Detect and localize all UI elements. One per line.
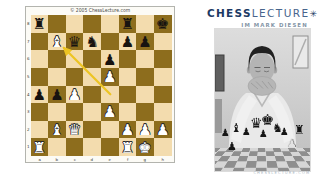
square-f6 bbox=[119, 50, 137, 68]
rank-label-3: 3 bbox=[27, 108, 29, 117]
square-d1 bbox=[83, 138, 101, 156]
square-a7 bbox=[31, 33, 49, 51]
square-g6 bbox=[136, 50, 154, 68]
square-c4: ♟ bbox=[66, 86, 84, 104]
white-pawn: ♟ bbox=[156, 123, 169, 138]
photo-pieces: ♟♝♟♛♚♟♞♟♜♟♟ bbox=[215, 29, 310, 171]
square-b6 bbox=[48, 50, 66, 68]
black-pawn: ♟ bbox=[121, 34, 134, 49]
photo-piece: ♟ bbox=[227, 141, 237, 152]
square-g2: ♟ bbox=[136, 121, 154, 139]
file-label-a: a bbox=[35, 158, 44, 162]
square-a3 bbox=[31, 103, 49, 121]
board-squares: ♜♜♚♝♛♞♟♟♟♟♟♟♟♟♝♛♟♟♟♜♜♚ bbox=[31, 15, 172, 156]
square-d5 bbox=[83, 68, 101, 86]
square-h3 bbox=[154, 103, 172, 121]
square-b5 bbox=[48, 68, 66, 86]
file-labels: abcdefgh bbox=[31, 156, 172, 163]
white-pawn: ♟ bbox=[103, 70, 116, 85]
square-f7: ♟ bbox=[119, 33, 137, 51]
file-label-d: d bbox=[88, 158, 97, 162]
rank-label-6: 6 bbox=[27, 55, 29, 64]
file-label-e: e bbox=[105, 158, 114, 162]
square-h6 bbox=[154, 50, 172, 68]
square-e3: ♟ bbox=[101, 103, 119, 121]
file-label-c: c bbox=[70, 158, 79, 162]
white-pawn: ♟ bbox=[121, 123, 134, 138]
lecturer-name: IM MARK DIESEN bbox=[242, 22, 308, 28]
square-g3 bbox=[136, 103, 154, 121]
photo-piece: ♟ bbox=[287, 138, 297, 149]
video-frame: © 2005 ChessLecture.com 87654321 ♜♜♚♝♛♞♟… bbox=[0, 0, 320, 180]
square-g8 bbox=[136, 15, 154, 33]
white-bishop: ♝ bbox=[50, 34, 63, 49]
square-e8 bbox=[101, 15, 119, 33]
brand-wordmark-lecture: LECTURE bbox=[252, 7, 310, 19]
square-c3 bbox=[66, 103, 84, 121]
square-c1 bbox=[66, 138, 84, 156]
photo-piece: ♜ bbox=[294, 124, 305, 136]
square-h4 bbox=[154, 86, 172, 104]
square-d3 bbox=[83, 103, 101, 121]
square-f3 bbox=[119, 103, 137, 121]
black-pawn: ♟ bbox=[33, 87, 46, 102]
black-pawn: ♟ bbox=[103, 52, 116, 67]
square-c2: ♛ bbox=[66, 121, 84, 139]
rank-label-4: 4 bbox=[27, 90, 29, 99]
square-c5 bbox=[66, 68, 84, 86]
rank-label-8: 8 bbox=[27, 19, 29, 28]
square-b2: ♝ bbox=[48, 121, 66, 139]
white-queen: ♛ bbox=[68, 123, 81, 138]
square-e6: ♟ bbox=[101, 50, 119, 68]
square-a4: ♟ bbox=[31, 86, 49, 104]
square-d4 bbox=[83, 86, 101, 104]
square-f2: ♟ bbox=[119, 121, 137, 139]
white-rook: ♜ bbox=[121, 140, 134, 155]
chess-diagram: © 2005 ChessLecture.com 87654321 ♜♜♚♝♛♞♟… bbox=[25, 6, 175, 163]
square-c7: ♛ bbox=[66, 33, 84, 51]
square-h8: ♚ bbox=[154, 15, 172, 33]
file-label-b: b bbox=[53, 158, 62, 162]
square-a6 bbox=[31, 50, 49, 68]
rank-label-2: 2 bbox=[27, 125, 29, 134]
white-bishop: ♝ bbox=[50, 123, 63, 138]
square-h1 bbox=[154, 138, 172, 156]
black-king: ♚ bbox=[156, 17, 169, 32]
square-e5: ♟ bbox=[101, 68, 119, 86]
black-pawn: ♟ bbox=[138, 34, 151, 49]
square-b3 bbox=[48, 103, 66, 121]
square-b8 bbox=[48, 15, 66, 33]
square-b1 bbox=[48, 138, 66, 156]
black-rook: ♜ bbox=[33, 17, 46, 32]
square-d7: ♞ bbox=[83, 33, 101, 51]
photo-piece: ♟ bbox=[280, 127, 289, 137]
square-d8 bbox=[83, 15, 101, 33]
photo-mark-diesen: ♟♝♟♛♚♟♞♟♜♟♟ bbox=[215, 29, 310, 171]
white-rook: ♜ bbox=[33, 140, 46, 155]
white-pawn: ♟ bbox=[103, 105, 116, 120]
square-a5 bbox=[31, 68, 49, 86]
square-c8 bbox=[66, 15, 84, 33]
square-e7 bbox=[101, 33, 119, 51]
square-e4 bbox=[101, 86, 119, 104]
square-a1: ♜ bbox=[31, 138, 49, 156]
square-h5 bbox=[154, 68, 172, 86]
diagram-copyright: © 2005 ChessLecture.com bbox=[63, 8, 137, 13]
white-king: ♚ bbox=[138, 140, 151, 155]
square-g1: ♚ bbox=[136, 138, 154, 156]
photo-piece: ♟ bbox=[221, 128, 230, 138]
rank-label-7: 7 bbox=[27, 37, 29, 46]
brand-wordmark-chess: CHESS bbox=[207, 7, 252, 19]
square-a2 bbox=[31, 121, 49, 139]
file-label-h: h bbox=[158, 158, 167, 162]
black-pawn: ♟ bbox=[50, 87, 63, 102]
file-label-f: f bbox=[123, 158, 132, 162]
brand-logo: CHESSLECTURE✳ bbox=[198, 7, 317, 19]
square-g5 bbox=[136, 68, 154, 86]
square-d6 bbox=[83, 50, 101, 68]
square-d2 bbox=[83, 121, 101, 139]
square-f8: ♜ bbox=[119, 15, 137, 33]
photo-piece: ♝ bbox=[231, 122, 242, 134]
square-g7: ♟ bbox=[136, 33, 154, 51]
square-h2: ♟ bbox=[154, 121, 172, 139]
rank-label-5: 5 bbox=[27, 72, 29, 81]
square-f4 bbox=[119, 86, 137, 104]
brand-star-icon: ✳ bbox=[309, 9, 317, 19]
black-knight: ♞ bbox=[85, 34, 98, 49]
square-b4: ♟ bbox=[48, 86, 66, 104]
square-e1 bbox=[101, 138, 119, 156]
square-f5 bbox=[119, 68, 137, 86]
square-c6 bbox=[66, 50, 84, 68]
square-b7: ♝ bbox=[48, 33, 66, 51]
white-pawn: ♟ bbox=[138, 123, 151, 138]
footer-url: CHESSLECTURE.COM bbox=[253, 171, 310, 175]
square-g4 bbox=[136, 86, 154, 104]
square-h7 bbox=[154, 33, 172, 51]
file-label-g: g bbox=[141, 158, 150, 162]
black-queen: ♛ bbox=[68, 34, 81, 49]
photo-piece: ♟ bbox=[259, 129, 268, 139]
square-a8: ♜ bbox=[31, 15, 49, 33]
square-e2 bbox=[101, 121, 119, 139]
square-f1: ♜ bbox=[119, 138, 137, 156]
white-pawn: ♟ bbox=[68, 87, 81, 102]
black-rook: ♜ bbox=[121, 17, 134, 32]
rank-label-1: 1 bbox=[27, 143, 29, 152]
